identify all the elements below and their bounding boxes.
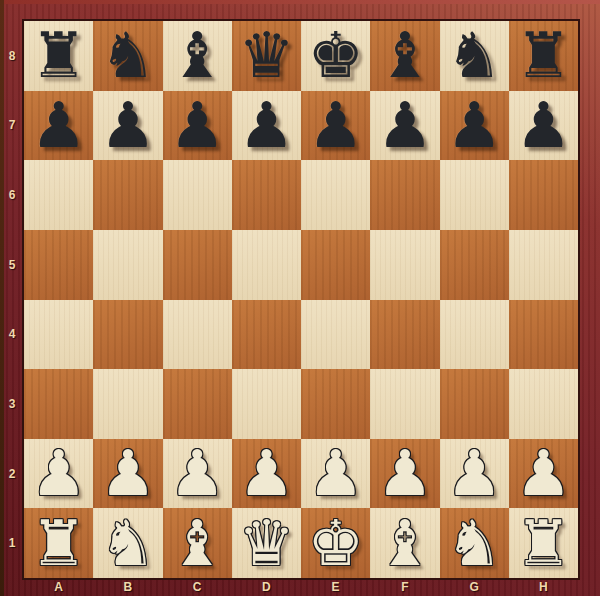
square-g3[interactable] (440, 369, 509, 439)
rank-labels: 87654321 (0, 21, 24, 578)
square-e5[interactable] (301, 230, 370, 300)
square-b8[interactable]: ♞ (93, 21, 162, 91)
piece-black-queen[interactable]: ♛ (238, 24, 294, 87)
board-frame: ♜♞♝♛♚♝♞♜♟♟♟♟♟♟♟♟♟♟♟♟♟♟♟♟♜♞♝♛♚♝♞♜ 8765432… (0, 0, 600, 596)
square-b2[interactable]: ♟ (93, 439, 162, 509)
piece-black-pawn[interactable]: ♟ (169, 94, 225, 157)
file-label-f: F (370, 578, 439, 596)
rank-label-3: 3 (0, 369, 24, 439)
square-f6[interactable] (370, 160, 439, 230)
square-d2[interactable]: ♟ (232, 439, 301, 509)
square-g5[interactable] (440, 230, 509, 300)
square-h1[interactable]: ♜ (509, 508, 578, 578)
piece-black-pawn[interactable]: ♟ (100, 94, 156, 157)
piece-black-rook[interactable]: ♜ (515, 24, 571, 87)
piece-black-bishop[interactable]: ♝ (377, 24, 433, 87)
square-a3[interactable] (24, 369, 93, 439)
file-label-d: D (232, 578, 301, 596)
square-g6[interactable] (440, 160, 509, 230)
piece-white-bishop[interactable]: ♝ (377, 512, 433, 575)
square-g2[interactable]: ♟ (440, 439, 509, 509)
square-a4[interactable] (24, 300, 93, 370)
piece-black-pawn[interactable]: ♟ (515, 94, 571, 157)
square-b6[interactable] (93, 160, 162, 230)
piece-white-pawn[interactable]: ♟ (377, 442, 433, 505)
square-f8[interactable]: ♝ (370, 21, 439, 91)
file-labels: ABCDEFGH (24, 578, 578, 596)
square-a7[interactable]: ♟ (24, 91, 93, 161)
square-c6[interactable] (163, 160, 232, 230)
square-f2[interactable]: ♟ (370, 439, 439, 509)
square-f7[interactable]: ♟ (370, 91, 439, 161)
square-f3[interactable] (370, 369, 439, 439)
file-label-c: C (163, 578, 232, 596)
square-d8[interactable]: ♛ (232, 21, 301, 91)
rank-label-4: 4 (0, 300, 24, 370)
square-g1[interactable]: ♞ (440, 508, 509, 578)
square-b1[interactable]: ♞ (93, 508, 162, 578)
file-label-a: A (24, 578, 93, 596)
square-e6[interactable] (301, 160, 370, 230)
square-d1[interactable]: ♛ (232, 508, 301, 578)
piece-black-pawn[interactable]: ♟ (446, 94, 502, 157)
square-e7[interactable]: ♟ (301, 91, 370, 161)
rank-label-8: 8 (0, 21, 24, 91)
square-g4[interactable] (440, 300, 509, 370)
chess-board: ♜♞♝♛♚♝♞♜♟♟♟♟♟♟♟♟♟♟♟♟♟♟♟♟♜♞♝♛♚♝♞♜ (24, 21, 578, 578)
piece-white-rook[interactable]: ♜ (30, 512, 86, 575)
square-c8[interactable]: ♝ (163, 21, 232, 91)
piece-white-pawn[interactable]: ♟ (238, 442, 294, 505)
file-label-g: G (440, 578, 509, 596)
square-a6[interactable] (24, 160, 93, 230)
rank-label-5: 5 (0, 230, 24, 300)
file-label-h: H (509, 578, 578, 596)
square-a2[interactable]: ♟ (24, 439, 93, 509)
square-h5[interactable] (509, 230, 578, 300)
square-b3[interactable] (93, 369, 162, 439)
square-a5[interactable] (24, 230, 93, 300)
square-h4[interactable] (509, 300, 578, 370)
rank-label-2: 2 (0, 439, 24, 509)
square-a8[interactable]: ♜ (24, 21, 93, 91)
piece-white-pawn[interactable]: ♟ (169, 442, 225, 505)
piece-white-king[interactable]: ♚ (307, 512, 363, 575)
square-h6[interactable] (509, 160, 578, 230)
square-f5[interactable] (370, 230, 439, 300)
piece-white-pawn[interactable]: ♟ (307, 442, 363, 505)
square-f1[interactable]: ♝ (370, 508, 439, 578)
square-d7[interactable]: ♟ (232, 91, 301, 161)
piece-white-rook[interactable]: ♜ (515, 512, 571, 575)
piece-black-knight[interactable]: ♞ (446, 24, 502, 87)
piece-black-rook[interactable]: ♜ (30, 24, 86, 87)
square-d4[interactable] (232, 300, 301, 370)
file-label-e: E (301, 578, 370, 596)
square-g7[interactable]: ♟ (440, 91, 509, 161)
square-a1[interactable]: ♜ (24, 508, 93, 578)
piece-white-pawn[interactable]: ♟ (30, 442, 86, 505)
piece-white-knight[interactable]: ♞ (100, 512, 156, 575)
square-c7[interactable]: ♟ (163, 91, 232, 161)
rank-label-7: 7 (0, 91, 24, 161)
piece-black-king[interactable]: ♚ (307, 24, 363, 87)
square-h7[interactable]: ♟ (509, 91, 578, 161)
square-d6[interactable] (232, 160, 301, 230)
square-c2[interactable]: ♟ (163, 439, 232, 509)
square-c5[interactable] (163, 230, 232, 300)
square-d5[interactable] (232, 230, 301, 300)
square-e8[interactable]: ♚ (301, 21, 370, 91)
square-h2[interactable]: ♟ (509, 439, 578, 509)
piece-white-bishop[interactable]: ♝ (169, 512, 225, 575)
square-h3[interactable] (509, 369, 578, 439)
piece-black-pawn[interactable]: ♟ (238, 94, 294, 157)
piece-black-knight[interactable]: ♞ (100, 24, 156, 87)
piece-white-pawn[interactable]: ♟ (446, 442, 502, 505)
square-e3[interactable] (301, 369, 370, 439)
piece-white-pawn[interactable]: ♟ (515, 442, 571, 505)
piece-black-pawn[interactable]: ♟ (377, 94, 433, 157)
square-e1[interactable]: ♚ (301, 508, 370, 578)
piece-white-knight[interactable]: ♞ (446, 512, 502, 575)
square-g8[interactable]: ♞ (440, 21, 509, 91)
rank-label-1: 1 (0, 508, 24, 578)
square-h8[interactable]: ♜ (509, 21, 578, 91)
piece-white-queen[interactable]: ♛ (238, 512, 294, 575)
square-b4[interactable] (93, 300, 162, 370)
file-label-b: B (93, 578, 162, 596)
rank-label-6: 6 (0, 160, 24, 230)
square-f4[interactable] (370, 300, 439, 370)
piece-white-pawn[interactable]: ♟ (100, 442, 156, 505)
square-e2[interactable]: ♟ (301, 439, 370, 509)
square-c4[interactable] (163, 300, 232, 370)
piece-black-bishop[interactable]: ♝ (169, 24, 225, 87)
piece-black-pawn[interactable]: ♟ (30, 94, 86, 157)
square-c1[interactable]: ♝ (163, 508, 232, 578)
square-c3[interactable] (163, 369, 232, 439)
square-b5[interactable] (93, 230, 162, 300)
square-e4[interactable] (301, 300, 370, 370)
square-b7[interactable]: ♟ (93, 91, 162, 161)
piece-black-pawn[interactable]: ♟ (307, 94, 363, 157)
square-d3[interactable] (232, 369, 301, 439)
